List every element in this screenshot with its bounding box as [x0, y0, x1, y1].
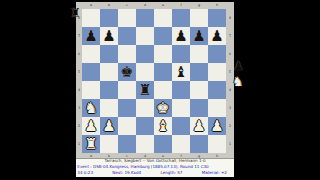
- rank-label-2: 2: [228, 121, 231, 131]
- square-e3: ♚: [154, 99, 172, 117]
- square-b7: ♟: [100, 27, 118, 45]
- event-line: Event : DSB-04.Kongress, Hamburg (1885.0…: [76, 165, 183, 169]
- square-d7: [136, 27, 154, 45]
- square-f8: [172, 9, 190, 27]
- file-label-h: h: [212, 3, 222, 6]
- black-pawn-piece: ♟: [82, 27, 100, 45]
- square-h1: [208, 135, 226, 153]
- rank-label-7: 7: [77, 31, 80, 41]
- square-g4: [190, 81, 208, 99]
- file-label-d: d: [140, 3, 150, 6]
- square-e6: [154, 45, 172, 63]
- square-h4: [208, 81, 226, 99]
- material-black-pawn-icon: ♟: [233, 60, 244, 73]
- square-e4: [154, 81, 172, 99]
- square-f1: [172, 135, 190, 153]
- next-move: Next: 19.Kxd4: [112, 171, 141, 175]
- square-a5: [82, 63, 100, 81]
- rank-label-3: 3: [228, 103, 231, 113]
- file-label-a: a: [86, 3, 96, 6]
- material-balance: Material: +2: [202, 171, 227, 175]
- square-f4: [172, 81, 190, 99]
- video-frame: abcdefgh abcdefgh 87654321 87654321 ♟♟♟♟…: [0, 0, 320, 180]
- square-e1: [154, 135, 172, 153]
- file-label-c: c: [122, 3, 132, 6]
- rank-label-8: 8: [228, 13, 231, 23]
- white-pawn-piece: ♟: [208, 117, 226, 135]
- square-h8: [208, 9, 226, 27]
- move-counter: 34 0:23: [77, 171, 93, 175]
- square-d1: [136, 135, 154, 153]
- square-b8: [100, 9, 118, 27]
- square-h2: ♟: [208, 117, 226, 135]
- black-bishop-piece: ♝: [172, 63, 190, 81]
- square-a2: ♟: [82, 117, 100, 135]
- square-f5: ♝: [172, 63, 190, 81]
- chess-board: ♟♟♟♟♟♚♝♜♞♚♟♟♝♟♟♜: [82, 9, 226, 153]
- square-b1: [100, 135, 118, 153]
- file-label-f: f: [176, 3, 186, 6]
- file-label-g: g: [194, 3, 204, 6]
- game-length: Length: 57: [160, 171, 182, 175]
- square-f2: [172, 117, 190, 135]
- square-c2: [118, 117, 136, 135]
- square-f3: [172, 99, 190, 117]
- chess-board-frame: abcdefgh abcdefgh 87654321 87654321 ♟♟♟♟…: [76, 2, 234, 158]
- square-e5: [154, 63, 172, 81]
- rank-label-4: 4: [77, 85, 80, 95]
- square-a6: [82, 45, 100, 63]
- square-g2: ♟: [190, 117, 208, 135]
- file-label-b: b: [104, 3, 114, 6]
- rank-label-2: 2: [77, 121, 80, 131]
- square-b2: ♟: [100, 117, 118, 135]
- square-c1: [118, 135, 136, 153]
- white-king-piece: ♚: [154, 99, 172, 117]
- square-b4: [100, 81, 118, 99]
- square-h7: ♟: [208, 27, 226, 45]
- black-pawn-piece: ♟: [190, 27, 208, 45]
- square-e7: [154, 27, 172, 45]
- square-e2: ♝: [154, 117, 172, 135]
- square-e8: [154, 9, 172, 27]
- material-white-knight-icon: ♞: [232, 75, 244, 89]
- square-d3: [136, 99, 154, 117]
- square-d5: [136, 63, 154, 81]
- square-c3: [118, 99, 136, 117]
- square-d4: ♜: [136, 81, 154, 99]
- square-b5: [100, 63, 118, 81]
- black-rook-piece: ♜: [136, 81, 154, 99]
- square-h5: [208, 63, 226, 81]
- square-a7: ♟: [82, 27, 100, 45]
- rank-label-6: 6: [228, 49, 231, 59]
- file-label-e: e: [158, 3, 168, 6]
- square-c4: [118, 81, 136, 99]
- rank-label-6: 6: [77, 49, 80, 59]
- square-d2: [136, 117, 154, 135]
- square-d6: [136, 45, 154, 63]
- rank-label-5: 5: [77, 67, 80, 77]
- square-c8: [118, 9, 136, 27]
- black-pawn-piece: ♟: [208, 27, 226, 45]
- square-a1: ♜: [82, 135, 100, 153]
- square-h3: [208, 99, 226, 117]
- square-g7: ♟: [190, 27, 208, 45]
- white-pawn-piece: ♟: [100, 117, 118, 135]
- white-rook-piece: ♜: [82, 135, 100, 153]
- square-f6: [172, 45, 190, 63]
- rank-label-1: 1: [228, 139, 231, 149]
- black-pawn-piece: ♟: [100, 27, 118, 45]
- square-c6: [118, 45, 136, 63]
- black-king-piece: ♚: [118, 63, 136, 81]
- square-b6: [100, 45, 118, 63]
- players-result-line: Tarrasch, Siegbert -- Von Gottschall, He…: [101, 159, 208, 163]
- file-labels-top: abcdefgh: [82, 2, 226, 8]
- square-b3: [100, 99, 118, 117]
- square-g5: [190, 63, 208, 81]
- square-g6: [190, 45, 208, 63]
- status-line: 34 0:23 Next: 19.Kxd4 Length: 57 Materia…: [76, 171, 231, 175]
- square-a8: [82, 9, 100, 27]
- rank-label-3: 3: [77, 103, 80, 113]
- square-f7: ♟: [172, 27, 190, 45]
- black-rook-indicator-icon: ♜: [70, 7, 81, 20]
- square-g3: [190, 99, 208, 117]
- square-h6: [208, 45, 226, 63]
- square-d8: [136, 9, 154, 27]
- square-a3: ♞: [82, 99, 100, 117]
- white-knight-piece: ♞: [82, 99, 100, 117]
- square-c7: [118, 27, 136, 45]
- white-pawn-piece: ♟: [82, 117, 100, 135]
- square-a4: [82, 81, 100, 99]
- rank-label-1: 1: [77, 139, 80, 149]
- square-g8: [190, 9, 208, 27]
- white-pawn-piece: ♟: [190, 117, 208, 135]
- square-g1: [190, 135, 208, 153]
- square-c5: ♚: [118, 63, 136, 81]
- rank-label-7: 7: [228, 31, 231, 41]
- white-bishop-piece: ♝: [154, 117, 172, 135]
- black-pawn-piece: ♟: [172, 27, 190, 45]
- game-caption-panel: Tarrasch, Siegbert -- Von Gottschall, He…: [76, 158, 234, 177]
